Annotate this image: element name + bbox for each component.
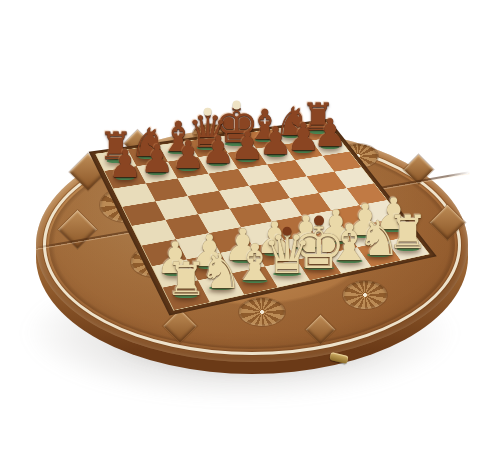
piece-black-pawn-d7: ♟ — [201, 131, 235, 169]
pieces-layer: ♜♞♝♛♚♝♞♜♟♟♟♟♟♟♟♟♟♟♟♟♟♟♟♟♜♞♝♛♚♝♞♜ — [0, 0, 500, 450]
rook-glyph: ♜ — [166, 256, 207, 302]
queen-finial — [204, 108, 212, 116]
piece-white-rook-a1: ♜ — [166, 256, 207, 302]
pawn-glyph: ♟ — [201, 131, 235, 169]
pawn-glyph: ♟ — [171, 136, 205, 174]
pawn-glyph: ♟ — [140, 140, 174, 178]
piece-black-pawn-b7: ♟ — [140, 140, 174, 178]
pawn-glyph: ♟ — [230, 127, 264, 165]
piece-black-pawn-c7: ♟ — [171, 136, 205, 174]
piece-black-pawn-a7: ♟ — [108, 145, 142, 183]
chess-set-photo: ♜♞♝♛♚♝♞♜♟♟♟♟♟♟♟♟♟♟♟♟♟♟♟♟♜♞♝♛♚♝♞♜ — [0, 0, 500, 450]
piece-black-pawn-e7: ♟ — [230, 127, 264, 165]
pawn-glyph: ♟ — [108, 145, 142, 183]
